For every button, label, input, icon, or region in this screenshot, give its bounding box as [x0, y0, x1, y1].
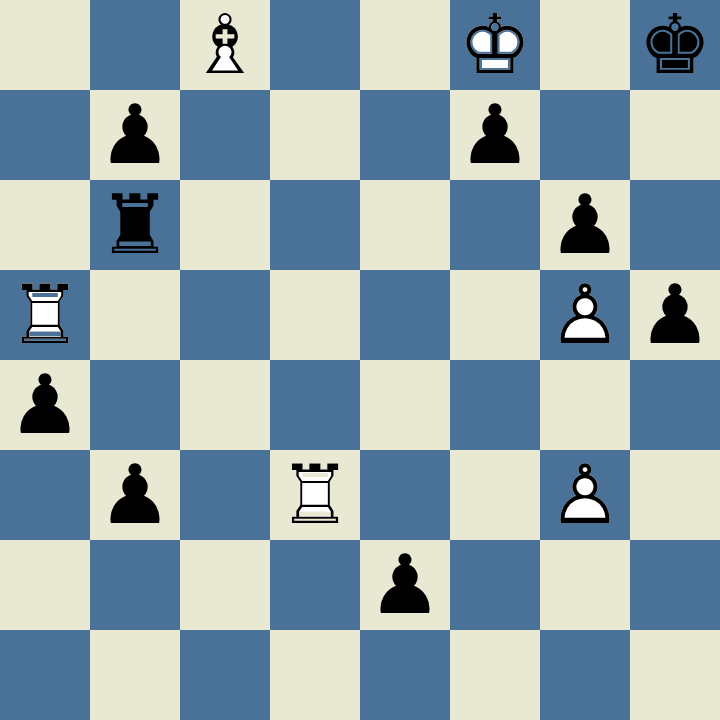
square-a3[interactable]	[0, 450, 90, 540]
square-g7[interactable]	[540, 90, 630, 180]
square-b6[interactable]: ♜	[90, 180, 180, 270]
square-f1[interactable]	[450, 630, 540, 720]
square-g5[interactable]: ♟♙	[540, 270, 630, 360]
square-a6[interactable]	[0, 180, 90, 270]
square-c4[interactable]	[180, 360, 270, 450]
piece-black-pawn-f7[interactable]: ♟	[450, 90, 540, 180]
square-c8[interactable]: ♝♗	[180, 0, 270, 90]
square-g8[interactable]	[540, 0, 630, 90]
piece-white-bishop-c8[interactable]: ♝♗	[180, 0, 270, 90]
square-f2[interactable]	[450, 540, 540, 630]
black-pawn-glyph: ♟	[360, 540, 450, 630]
square-a7[interactable]	[0, 90, 90, 180]
square-d5[interactable]	[270, 270, 360, 360]
piece-black-king-h8[interactable]: ♚	[630, 0, 720, 90]
square-b3[interactable]: ♟	[90, 450, 180, 540]
square-d6[interactable]	[270, 180, 360, 270]
square-c6[interactable]	[180, 180, 270, 270]
black-pawn-glyph: ♟	[450, 90, 540, 180]
chess-board: ♝♗♚♔♚♟♟♜♟♜♖♟♙♟♟♟♜♖♟♙♟	[0, 0, 720, 720]
square-c2[interactable]	[180, 540, 270, 630]
piece-black-pawn-b3[interactable]: ♟	[90, 450, 180, 540]
white-rook-outline-glyph: ♖	[0, 270, 90, 360]
piece-black-pawn-e2[interactable]: ♟	[360, 540, 450, 630]
square-d2[interactable]	[270, 540, 360, 630]
square-b7[interactable]: ♟	[90, 90, 180, 180]
square-e5[interactable]	[360, 270, 450, 360]
black-rook-glyph: ♜	[90, 180, 180, 270]
square-h8[interactable]: ♚	[630, 0, 720, 90]
black-pawn-glyph: ♟	[90, 90, 180, 180]
square-e4[interactable]	[360, 360, 450, 450]
piece-black-pawn-h5[interactable]: ♟	[630, 270, 720, 360]
square-g3[interactable]: ♟♙	[540, 450, 630, 540]
black-pawn-glyph: ♟	[90, 450, 180, 540]
square-e6[interactable]	[360, 180, 450, 270]
white-pawn-outline-glyph: ♙	[540, 270, 630, 360]
piece-white-pawn-g5[interactable]: ♟♙	[540, 270, 630, 360]
square-c7[interactable]	[180, 90, 270, 180]
piece-white-rook-a5[interactable]: ♜♖	[0, 270, 90, 360]
square-d8[interactable]	[270, 0, 360, 90]
square-b4[interactable]	[90, 360, 180, 450]
square-d1[interactable]	[270, 630, 360, 720]
black-pawn-glyph: ♟	[0, 360, 90, 450]
piece-black-pawn-a4[interactable]: ♟	[0, 360, 90, 450]
square-f3[interactable]	[450, 450, 540, 540]
square-b2[interactable]	[90, 540, 180, 630]
white-bishop-outline-glyph: ♗	[180, 0, 270, 90]
square-h4[interactable]	[630, 360, 720, 450]
square-d3[interactable]: ♜♖	[270, 450, 360, 540]
square-e7[interactable]	[360, 90, 450, 180]
black-king-glyph: ♚	[630, 0, 720, 90]
square-b5[interactable]	[90, 270, 180, 360]
square-b1[interactable]	[90, 630, 180, 720]
piece-black-rook-b6[interactable]: ♜	[90, 180, 180, 270]
square-c3[interactable]	[180, 450, 270, 540]
square-g6[interactable]: ♟	[540, 180, 630, 270]
square-e3[interactable]	[360, 450, 450, 540]
square-e2[interactable]: ♟	[360, 540, 450, 630]
square-h5[interactable]: ♟	[630, 270, 720, 360]
square-c5[interactable]	[180, 270, 270, 360]
square-g1[interactable]	[540, 630, 630, 720]
white-king-outline-glyph: ♔	[450, 0, 540, 90]
piece-white-rook-d3[interactable]: ♜♖	[270, 450, 360, 540]
square-a4[interactable]: ♟	[0, 360, 90, 450]
square-f5[interactable]	[450, 270, 540, 360]
square-h6[interactable]	[630, 180, 720, 270]
piece-black-pawn-g6[interactable]: ♟	[540, 180, 630, 270]
square-b8[interactable]	[90, 0, 180, 90]
square-d4[interactable]	[270, 360, 360, 450]
square-a8[interactable]	[0, 0, 90, 90]
black-pawn-glyph: ♟	[630, 270, 720, 360]
square-f4[interactable]	[450, 360, 540, 450]
square-h7[interactable]	[630, 90, 720, 180]
square-h1[interactable]	[630, 630, 720, 720]
square-f8[interactable]: ♚♔	[450, 0, 540, 90]
square-g2[interactable]	[540, 540, 630, 630]
square-a2[interactable]	[0, 540, 90, 630]
square-h3[interactable]	[630, 450, 720, 540]
square-e8[interactable]	[360, 0, 450, 90]
white-pawn-outline-glyph: ♙	[540, 450, 630, 540]
square-g4[interactable]	[540, 360, 630, 450]
square-f7[interactable]: ♟	[450, 90, 540, 180]
black-pawn-glyph: ♟	[540, 180, 630, 270]
square-c1[interactable]	[180, 630, 270, 720]
square-e1[interactable]	[360, 630, 450, 720]
square-h2[interactable]	[630, 540, 720, 630]
piece-white-pawn-g3[interactable]: ♟♙	[540, 450, 630, 540]
square-d7[interactable]	[270, 90, 360, 180]
white-rook-outline-glyph: ♖	[270, 450, 360, 540]
square-a5[interactable]: ♜♖	[0, 270, 90, 360]
square-a1[interactable]	[0, 630, 90, 720]
piece-black-pawn-b7[interactable]: ♟	[90, 90, 180, 180]
square-f6[interactable]	[450, 180, 540, 270]
piece-white-king-f8[interactable]: ♚♔	[450, 0, 540, 90]
